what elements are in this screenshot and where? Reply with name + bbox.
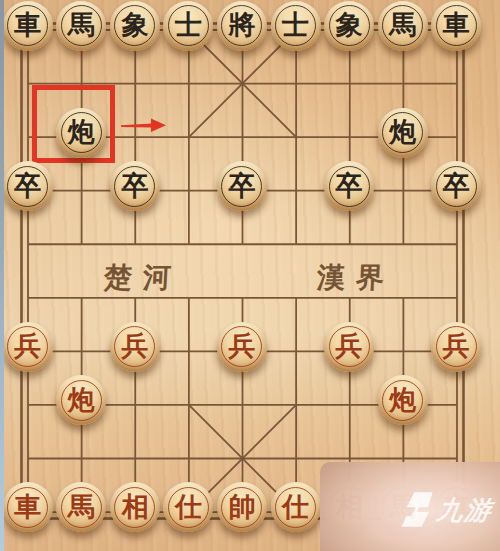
piece-glyph: 仕	[175, 493, 202, 520]
piece-glyph: 車	[14, 493, 41, 520]
xiangqi-piece-black[interactable]: 馬	[56, 1, 106, 51]
piece-glyph: 馬	[68, 11, 95, 38]
piece-glyph: 將	[228, 11, 255, 38]
xiangqi-piece-red[interactable]: 炮	[378, 375, 428, 425]
xiangqi-piece-red[interactable]: 兵	[324, 322, 374, 372]
watermark-logo: 九游	[399, 492, 495, 528]
piece-glyph: 相	[121, 493, 148, 520]
xiangqi-piece-red[interactable]: 兵	[3, 322, 53, 372]
piece-glyph: 兵	[121, 332, 148, 359]
watermark-text: 九游	[435, 493, 496, 528]
piece-glyph: 炮	[68, 118, 95, 145]
xiangqi-game-screen: 楚河 漢界 車馬象士將士象馬車炮炮卒卒卒卒卒兵兵兵兵兵炮炮車馬相仕帥仕相馬車 九…	[0, 0, 500, 551]
xiangqi-piece-red[interactable]: 相	[110, 482, 160, 532]
piece-glyph: 卒	[336, 172, 363, 199]
piece-glyph: 炮	[68, 386, 95, 413]
piece-glyph: 兵	[336, 332, 363, 359]
piece-layer: 車馬象士將士象馬車炮炮卒卒卒卒卒兵兵兵兵兵炮炮車馬相仕帥仕相馬車	[1, 3, 483, 538]
xiangqi-piece-red[interactable]: 兵	[110, 322, 160, 372]
piece-glyph: 卒	[14, 172, 41, 199]
xiangqi-piece-black[interactable]: 卒	[3, 161, 53, 211]
piece-glyph: 車	[14, 11, 41, 38]
jiuyou-logo-icon	[399, 492, 434, 528]
xiangqi-piece-black[interactable]: 炮	[56, 108, 106, 158]
piece-glyph: 馬	[68, 493, 95, 520]
xiangqi-piece-red[interactable]: 兵	[217, 322, 267, 372]
piece-glyph: 士	[282, 11, 309, 38]
xiangqi-piece-black[interactable]: 卒	[324, 161, 374, 211]
piece-glyph: 兵	[14, 332, 41, 359]
piece-glyph: 卒	[121, 172, 148, 199]
xiangqi-piece-black[interactable]: 將	[217, 1, 267, 51]
xiangqi-piece-black[interactable]: 卒	[431, 161, 481, 211]
piece-glyph: 帥	[228, 493, 255, 520]
xiangqi-piece-red[interactable]: 帥	[217, 482, 267, 532]
xiangqi-piece-black[interactable]: 象	[324, 1, 374, 51]
piece-glyph: 兵	[443, 332, 470, 359]
xiangqi-piece-black[interactable]: 炮	[378, 108, 428, 158]
xiangqi-piece-red[interactable]: 馬	[56, 482, 106, 532]
xiangqi-piece-red[interactable]: 車	[3, 482, 53, 532]
xiangqi-piece-black[interactable]: 象	[110, 1, 160, 51]
piece-glyph: 卒	[443, 172, 470, 199]
xiangqi-piece-black[interactable]: 士	[271, 1, 321, 51]
piece-glyph: 馬	[389, 11, 416, 38]
xiangqi-piece-red[interactable]: 兵	[431, 322, 481, 372]
piece-glyph: 士	[175, 11, 202, 38]
xiangqi-piece-black[interactable]: 卒	[110, 161, 160, 211]
piece-glyph: 炮	[389, 118, 416, 145]
watermark-overlay: 九游	[320, 462, 500, 551]
xiangqi-piece-black[interactable]: 士	[163, 1, 213, 51]
move-arrow-icon	[119, 117, 167, 133]
xiangqi-piece-black[interactable]: 卒	[217, 161, 267, 211]
xiangqi-piece-red[interactable]: 仕	[163, 482, 213, 532]
screen-edge-strip	[0, 0, 4, 551]
piece-glyph: 象	[121, 11, 148, 38]
xiangqi-piece-black[interactable]: 車	[3, 1, 53, 51]
xiangqi-piece-black[interactable]: 車	[431, 1, 481, 51]
piece-glyph: 卒	[228, 172, 255, 199]
piece-glyph: 炮	[389, 386, 416, 413]
piece-glyph: 仕	[282, 493, 309, 520]
xiangqi-piece-red[interactable]: 仕	[271, 482, 321, 532]
xiangqi-piece-black[interactable]: 馬	[378, 1, 428, 51]
piece-glyph: 車	[443, 11, 470, 38]
piece-glyph: 象	[336, 11, 363, 38]
xiangqi-piece-red[interactable]: 炮	[56, 375, 106, 425]
piece-glyph: 兵	[228, 332, 255, 359]
